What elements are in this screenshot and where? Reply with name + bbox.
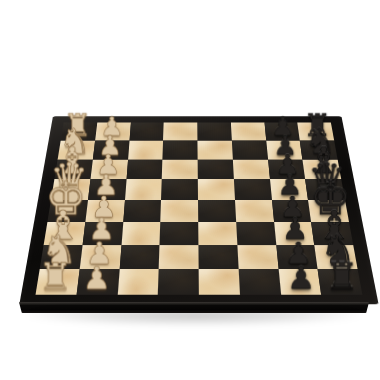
square-e4[interactable]: [161, 200, 199, 222]
square-h5[interactable]: [199, 269, 240, 295]
square-c6[interactable]: [233, 159, 270, 179]
square-b5[interactable]: [197, 140, 232, 159]
square-e6[interactable]: [235, 200, 274, 222]
square-h1[interactable]: ♜: [35, 269, 79, 295]
white-pawn[interactable]: ♟: [83, 265, 111, 295]
square-g3[interactable]: [119, 245, 160, 269]
white-rook[interactable]: ♜: [39, 258, 73, 294]
square-c5[interactable]: [198, 159, 234, 179]
square-b4[interactable]: [163, 140, 198, 159]
square-f5[interactable]: [198, 222, 237, 245]
square-g5[interactable]: [198, 245, 238, 269]
square-h7[interactable]: ♟: [278, 269, 321, 295]
square-b6[interactable]: [232, 140, 268, 159]
square-d6[interactable]: [234, 179, 272, 200]
square-b3[interactable]: [128, 140, 164, 159]
square-a4[interactable]: [163, 122, 197, 140]
square-h4[interactable]: [158, 269, 199, 295]
black-rook[interactable]: ♜: [325, 258, 359, 294]
square-h8[interactable]: ♜: [318, 269, 362, 295]
square-e3[interactable]: [123, 200, 161, 222]
square-c3[interactable]: [126, 159, 163, 179]
square-h2[interactable]: ♟: [76, 269, 119, 295]
square-d4[interactable]: [161, 179, 198, 200]
scene: ♜♟♟♜♞♟♟♞♝♟♟♝♛♟♟♛♚♟♟♚♝♟♟♝♞♟♟♞♜♟♟♜: [0, 0, 380, 380]
board-shadow: [24, 309, 364, 326]
square-d3[interactable]: [125, 179, 162, 200]
square-h6[interactable]: [238, 269, 280, 295]
square-a3[interactable]: [129, 122, 164, 140]
chess-board: ♜♟♟♜♞♟♟♞♝♟♟♝♛♟♟♛♚♟♟♚♝♟♟♝♞♟♟♞♜♟♟♜: [19, 116, 378, 304]
square-f4[interactable]: [160, 222, 199, 245]
black-pawn[interactable]: ♟: [287, 265, 315, 295]
square-g6[interactable]: [237, 245, 278, 269]
square-d5[interactable]: [198, 179, 235, 200]
square-c4[interactable]: [162, 159, 198, 179]
square-a6[interactable]: [231, 122, 266, 140]
board-grid: ♜♟♟♜♞♟♟♞♝♟♟♝♛♟♟♛♚♟♟♚♝♟♟♝♞♟♟♞♜♟♟♜: [35, 122, 362, 294]
square-f3[interactable]: [121, 222, 160, 245]
square-a5[interactable]: [197, 122, 231, 140]
square-f6[interactable]: [236, 222, 276, 245]
square-g4[interactable]: [159, 245, 199, 269]
square-h3[interactable]: [117, 269, 159, 295]
square-e5[interactable]: [198, 200, 236, 222]
